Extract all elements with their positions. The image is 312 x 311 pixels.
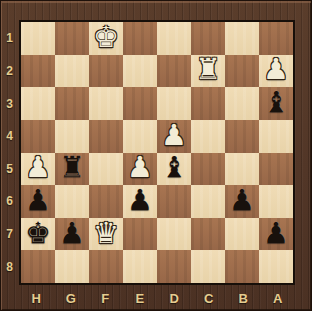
piece-white-king: ♚ (93, 23, 119, 52)
square-h4[interactable] (21, 120, 55, 153)
square-d2[interactable] (157, 55, 191, 88)
square-f2[interactable] (89, 55, 123, 88)
square-d3[interactable] (157, 87, 191, 120)
square-d5[interactable]: ♝ (157, 153, 191, 186)
piece-black-bishop: ♝ (263, 88, 289, 117)
rank-label-4: 4 (0, 120, 19, 153)
square-e7[interactable] (123, 218, 157, 251)
square-b6[interactable]: ♟ (225, 185, 259, 218)
square-h1[interactable] (21, 22, 55, 55)
square-a4[interactable] (259, 120, 293, 153)
square-c1[interactable] (191, 22, 225, 55)
square-d4[interactable]: ♟ (157, 120, 191, 153)
square-e8[interactable] (123, 250, 157, 283)
piece-white-pawn: ♟ (127, 153, 153, 182)
square-c2[interactable]: ♜ (191, 55, 225, 88)
square-d1[interactable] (157, 22, 191, 55)
piece-black-pawn: ♟ (127, 186, 153, 215)
square-f8[interactable] (89, 250, 123, 283)
file-label-h: H (19, 288, 54, 309)
square-g3[interactable] (55, 87, 89, 120)
square-b8[interactable] (225, 250, 259, 283)
square-a3[interactable]: ♝ (259, 87, 293, 120)
file-label-c: C (192, 288, 227, 309)
square-c5[interactable] (191, 153, 225, 186)
rank-coordinates: 12345678 (0, 20, 19, 285)
square-h6[interactable]: ♟ (21, 185, 55, 218)
piece-white-queen: ♛ (93, 219, 119, 248)
square-g6[interactable] (55, 185, 89, 218)
piece-black-pawn: ♟ (263, 219, 289, 248)
file-label-f: F (88, 288, 123, 309)
square-e5[interactable]: ♟ (123, 153, 157, 186)
square-b7[interactable] (225, 218, 259, 251)
square-a1[interactable] (259, 22, 293, 55)
square-f3[interactable] (89, 87, 123, 120)
square-e3[interactable] (123, 87, 157, 120)
square-b4[interactable] (225, 120, 259, 153)
square-f7[interactable]: ♛ (89, 218, 123, 251)
square-h5[interactable]: ♟ (21, 153, 55, 186)
square-d8[interactable] (157, 250, 191, 283)
file-label-b: B (226, 288, 261, 309)
square-h3[interactable] (21, 87, 55, 120)
square-b5[interactable] (225, 153, 259, 186)
square-g4[interactable] (55, 120, 89, 153)
rank-label-1: 1 (0, 22, 19, 55)
square-a6[interactable] (259, 185, 293, 218)
piece-white-pawn: ♟ (263, 55, 289, 84)
file-label-d: D (157, 288, 192, 309)
piece-white-pawn: ♟ (25, 153, 51, 182)
square-e4[interactable] (123, 120, 157, 153)
piece-black-king: ♚ (25, 219, 51, 248)
square-g8[interactable] (55, 250, 89, 283)
square-e6[interactable]: ♟ (123, 185, 157, 218)
square-g5[interactable]: ♜ (55, 153, 89, 186)
square-d6[interactable] (157, 185, 191, 218)
square-a5[interactable] (259, 153, 293, 186)
square-b1[interactable] (225, 22, 259, 55)
rank-label-2: 2 (0, 55, 19, 88)
file-label-e: E (123, 288, 158, 309)
square-f4[interactable] (89, 120, 123, 153)
rank-label-3: 3 (0, 87, 19, 120)
piece-white-pawn: ♟ (161, 121, 187, 150)
square-g7[interactable]: ♟ (55, 218, 89, 251)
file-label-a: A (261, 288, 296, 309)
square-c4[interactable] (191, 120, 225, 153)
piece-black-pawn: ♟ (229, 186, 255, 215)
rank-label-6: 6 (0, 185, 19, 218)
square-g2[interactable] (55, 55, 89, 88)
rank-label-7: 7 (0, 218, 19, 251)
piece-black-rook: ♜ (59, 153, 85, 182)
piece-white-rook: ♜ (195, 55, 221, 84)
piece-black-pawn: ♟ (59, 219, 85, 248)
square-h7[interactable]: ♚ (21, 218, 55, 251)
chess-board: ♚♜♟♝♟♟♜♟♝♟♟♟♚♟♛♟ (19, 20, 295, 285)
file-coordinates: HGFEDCBA (19, 288, 295, 309)
piece-black-bishop: ♝ (161, 153, 187, 182)
square-b2[interactable] (225, 55, 259, 88)
square-c7[interactable] (191, 218, 225, 251)
square-c8[interactable] (191, 250, 225, 283)
chessboard-window: 12345678 ♚♜♟♝♟♟♜♟♝♟♟♟♚♟♛♟ HGFEDCBA (0, 0, 312, 311)
square-e2[interactable] (123, 55, 157, 88)
square-c3[interactable] (191, 87, 225, 120)
square-e1[interactable] (123, 22, 157, 55)
rank-label-8: 8 (0, 250, 19, 283)
square-f1[interactable]: ♚ (89, 22, 123, 55)
square-h8[interactable] (21, 250, 55, 283)
square-a7[interactable]: ♟ (259, 218, 293, 251)
square-a8[interactable] (259, 250, 293, 283)
file-label-g: G (54, 288, 89, 309)
square-a2[interactable]: ♟ (259, 55, 293, 88)
square-b3[interactable] (225, 87, 259, 120)
square-g1[interactable] (55, 22, 89, 55)
rank-label-5: 5 (0, 153, 19, 186)
square-d7[interactable] (157, 218, 191, 251)
square-c6[interactable] (191, 185, 225, 218)
square-h2[interactable] (21, 55, 55, 88)
square-f5[interactable] (89, 153, 123, 186)
piece-black-pawn: ♟ (25, 186, 51, 215)
square-f6[interactable] (89, 185, 123, 218)
